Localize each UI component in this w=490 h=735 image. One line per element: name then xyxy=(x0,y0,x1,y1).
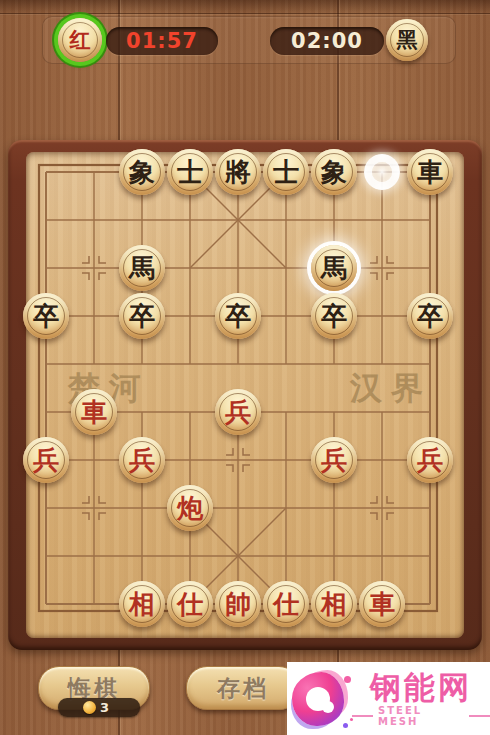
black-clock: 02:00 xyxy=(270,27,384,55)
undo-count-badge: 3 xyxy=(58,698,140,717)
piece-black-elephant[interactable]: 象 xyxy=(311,149,357,195)
red-player-label: 红 xyxy=(70,30,91,51)
black-player-label: 黑 xyxy=(397,30,418,51)
watermark-subtitle: STEEL MESH xyxy=(352,705,490,727)
red-player-avatar: 红 xyxy=(58,18,102,62)
app-screen: 红 01:57 02:00 黑 楚河 汉界 象士將士象車馬馬卒卒卒卒卒車兵兵兵兵… xyxy=(0,0,490,735)
piece-black-chariot[interactable]: 車 xyxy=(407,149,453,195)
piece-black-soldier[interactable]: 卒 xyxy=(407,293,453,339)
river-label-right: 汉界 xyxy=(349,369,432,407)
black-clock-time: 02:00 xyxy=(291,29,363,53)
piece-black-soldier[interactable]: 卒 xyxy=(215,293,261,339)
piece-red-cannon[interactable]: 炮 xyxy=(167,485,213,531)
piece-red-general[interactable]: 帥 xyxy=(215,581,261,627)
coin-icon xyxy=(83,701,96,714)
piece-black-advisor[interactable]: 士 xyxy=(263,149,309,195)
piece-red-soldier[interactable]: 兵 xyxy=(23,437,69,483)
watermark: 钢能网 STEEL MESH xyxy=(287,662,490,735)
xiangqi-board[interactable]: 楚河 汉界 象士將士象車馬馬卒卒卒卒卒車兵兵兵兵兵炮相仕帥仕相車 xyxy=(8,140,482,650)
piece-red-soldier[interactable]: 兵 xyxy=(311,437,357,483)
watermark-title: 钢能网 xyxy=(370,670,472,704)
red-clock: 01:57 xyxy=(106,27,218,55)
watermark-logo-icon xyxy=(292,672,344,726)
piece-black-advisor[interactable]: 士 xyxy=(167,149,213,195)
piece-red-elephant[interactable]: 相 xyxy=(119,581,165,627)
piece-red-advisor[interactable]: 仕 xyxy=(167,581,213,627)
piece-red-elephant[interactable]: 相 xyxy=(311,581,357,627)
piece-black-elephant[interactable]: 象 xyxy=(119,149,165,195)
piece-black-horse[interactable]: 馬 xyxy=(119,245,165,291)
piece-black-horse[interactable]: 馬 xyxy=(311,245,357,291)
piece-red-soldier[interactable]: 兵 xyxy=(119,437,165,483)
wood-seam xyxy=(0,13,490,14)
piece-black-general[interactable]: 將 xyxy=(215,149,261,195)
undo-count: 3 xyxy=(100,700,109,715)
piece-red-soldier[interactable]: 兵 xyxy=(407,437,453,483)
last-move-origin-marker xyxy=(364,154,400,190)
black-player-avatar: 黑 xyxy=(386,19,428,61)
piece-red-soldier[interactable]: 兵 xyxy=(215,389,261,435)
save-button[interactable]: 存档 xyxy=(186,666,300,710)
piece-red-advisor[interactable]: 仕 xyxy=(263,581,309,627)
piece-black-soldier[interactable]: 卒 xyxy=(119,293,165,339)
save-button-label: 存档 xyxy=(217,673,269,704)
piece-red-chariot[interactable]: 車 xyxy=(71,389,117,435)
piece-black-soldier[interactable]: 卒 xyxy=(23,293,69,339)
piece-black-soldier[interactable]: 卒 xyxy=(311,293,357,339)
piece-red-chariot[interactable]: 車 xyxy=(359,581,405,627)
red-clock-time: 01:57 xyxy=(126,29,198,53)
